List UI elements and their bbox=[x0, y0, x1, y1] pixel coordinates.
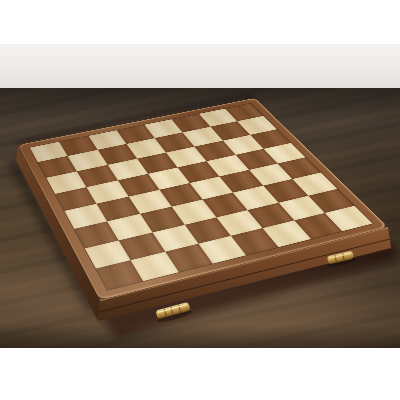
photo-area bbox=[0, 44, 400, 348]
product-photo bbox=[0, 0, 400, 400]
